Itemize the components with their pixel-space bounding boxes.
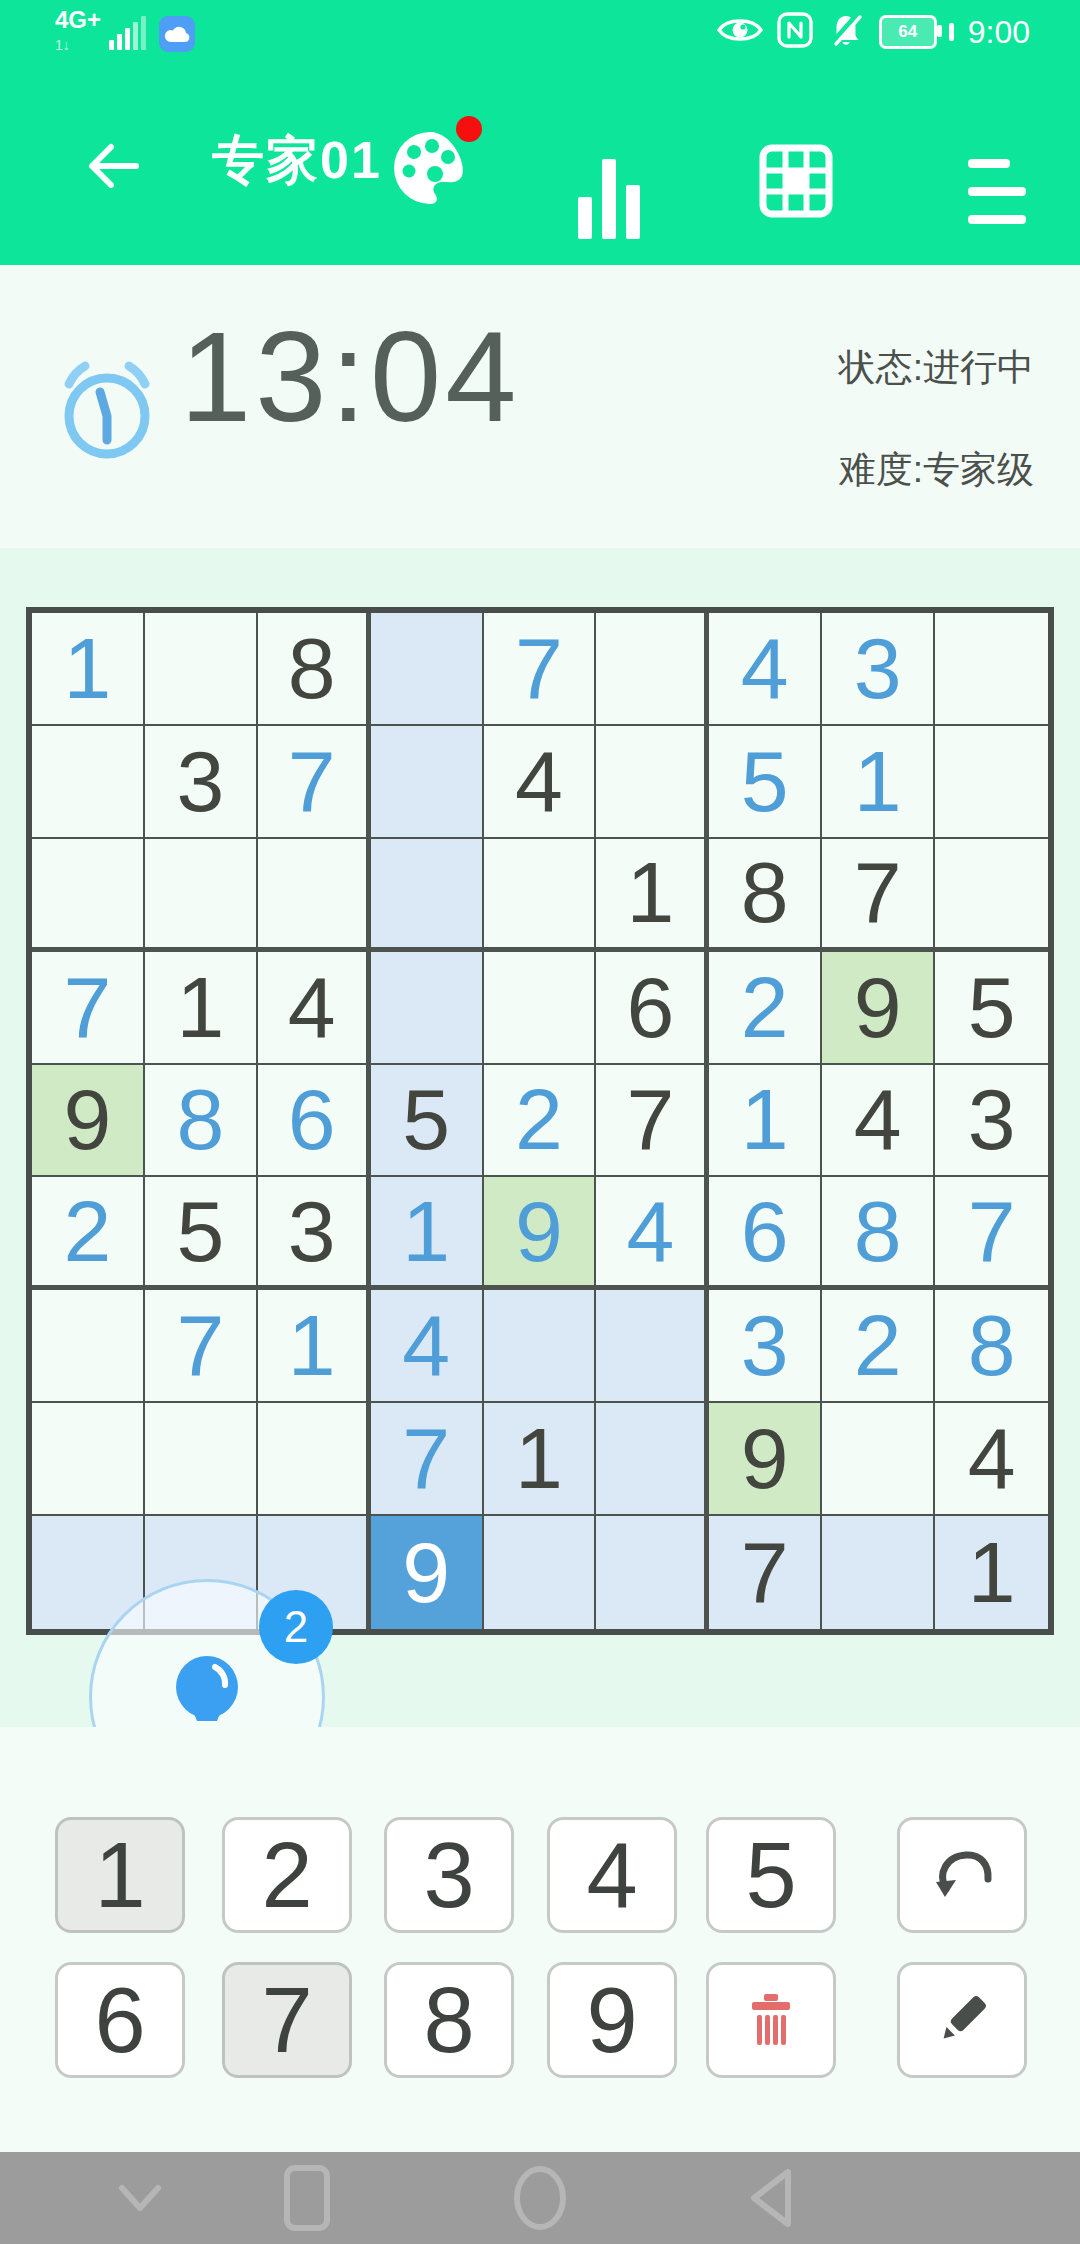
cell-r7c7[interactable]: 3: [709, 1290, 822, 1403]
cell-r7c1[interactable]: [32, 1290, 145, 1403]
numpad-key-3[interactable]: 3: [384, 1817, 514, 1933]
cell-r2c8[interactable]: 1: [822, 726, 935, 839]
cell-r1c1[interactable]: 1: [32, 613, 145, 726]
board-zone: 1874337451187714629598652714325319468771…: [0, 548, 1080, 1727]
back-nav-button[interactable]: [742, 2152, 798, 2244]
cell-r8c6[interactable]: [596, 1403, 709, 1516]
cell-r4c8[interactable]: 9: [822, 952, 935, 1065]
cell-r9c9[interactable]: 1: [935, 1516, 1048, 1629]
trash-icon: [739, 1988, 803, 2052]
pencil-icon: [930, 1988, 994, 2052]
cell-r3c9[interactable]: [935, 839, 1048, 952]
cell-r5c8[interactable]: 4: [822, 1065, 935, 1178]
cell-r8c4[interactable]: 7: [371, 1403, 484, 1516]
cell-r9c8[interactable]: [822, 1516, 935, 1629]
cell-r2c7[interactable]: 5: [709, 726, 822, 839]
cell-r4c6[interactable]: 6: [596, 952, 709, 1065]
cell-r7c3[interactable]: 1: [258, 1290, 371, 1403]
cell-r7c2[interactable]: 7: [145, 1290, 258, 1403]
cell-r4c3[interactable]: 4: [258, 952, 371, 1065]
cell-r7c4[interactable]: 4: [371, 1290, 484, 1403]
cell-r6c3[interactable]: 3: [258, 1177, 371, 1290]
stopwatch-icon: [55, 350, 159, 470]
cell-r5c5[interactable]: 2: [484, 1065, 597, 1178]
cell-r6c1[interactable]: 2: [32, 1177, 145, 1290]
network-label: 4G+: [55, 8, 101, 32]
numpad-key-2[interactable]: 2: [222, 1817, 352, 1933]
cell-r7c9[interactable]: 8: [935, 1290, 1048, 1403]
cell-r1c6[interactable]: [596, 613, 709, 726]
cell-r2c9[interactable]: [935, 726, 1048, 839]
numpad-key-8[interactable]: 8: [384, 1962, 514, 2078]
cell-r3c1[interactable]: [32, 839, 145, 952]
cell-r1c2[interactable]: [145, 613, 258, 726]
cell-r5c6[interactable]: 7: [596, 1065, 709, 1178]
network-sub-label: 1↓: [55, 38, 70, 52]
screen: 4G+ 1↓ 64 9:00 专家01: [0, 0, 1080, 2244]
cell-r9c5[interactable]: [484, 1516, 597, 1629]
android-nav-bar: [0, 2152, 1080, 2244]
game-status-label: 状态:进行中: [839, 343, 1034, 393]
back-button[interactable]: [80, 133, 146, 203]
numpad-key-7[interactable]: 7: [222, 1962, 352, 2078]
battery-icon: 64: [879, 15, 937, 49]
cell-r1c5[interactable]: 7: [484, 613, 597, 726]
cell-r5c3[interactable]: 6: [258, 1065, 371, 1178]
cell-r4c7[interactable]: 2: [709, 952, 822, 1065]
cell-r6c7[interactable]: 6: [709, 1177, 822, 1290]
cell-r5c1[interactable]: 9: [32, 1065, 145, 1178]
stats-button[interactable]: [578, 159, 648, 243]
numpad-key-6[interactable]: 6: [55, 1962, 185, 2078]
cell-r6c9[interactable]: 7: [935, 1177, 1048, 1290]
numpad-key-5[interactable]: 5: [706, 1817, 836, 1933]
numpad-key-1[interactable]: 1: [55, 1817, 185, 1933]
cell-r1c8[interactable]: 3: [822, 613, 935, 726]
cell-r6c2[interactable]: 5: [145, 1177, 258, 1290]
cell-r8c8[interactable]: [822, 1403, 935, 1516]
cell-r5c4[interactable]: 5: [371, 1065, 484, 1178]
sudoku-grid: 1874337451187714629598652714325319468771…: [26, 607, 1054, 1635]
cell-r2c2[interactable]: 3: [145, 726, 258, 839]
status-left: 4G+ 1↓: [55, 8, 195, 52]
cell-r8c2[interactable]: [145, 1403, 258, 1516]
cell-r6c8[interactable]: 8: [822, 1177, 935, 1290]
cell-r3c5[interactable]: [484, 839, 597, 952]
cell-r8c7[interactable]: 9: [709, 1403, 822, 1516]
cell-r8c5[interactable]: 1: [484, 1403, 597, 1516]
nfc-icon: [777, 12, 813, 52]
undo-button[interactable]: [897, 1817, 1027, 1933]
status-bar: 4G+ 1↓ 64 9:00: [0, 0, 1080, 64]
cell-r7c5[interactable]: [484, 1290, 597, 1403]
battery-level: 64: [898, 22, 917, 42]
cell-r2c6[interactable]: [596, 726, 709, 839]
numpad-key-4[interactable]: 4: [547, 1817, 677, 1933]
cell-r6c5[interactable]: 9: [484, 1177, 597, 1290]
erase-button[interactable]: [706, 1962, 836, 2078]
recents-button[interactable]: [283, 2152, 331, 2244]
home-button[interactable]: [512, 2152, 568, 2244]
cell-r3c8[interactable]: 7: [822, 839, 935, 952]
cell-r4c9[interactable]: 5: [935, 952, 1048, 1065]
cell-r2c3[interactable]: 7: [258, 726, 371, 839]
notification-red-dot: [456, 116, 482, 142]
cell-r9c4[interactable]: 9: [371, 1516, 484, 1629]
timer-strip: 13:04 状态:进行中 难度:专家级: [0, 265, 1080, 548]
cell-r3c6[interactable]: 1: [596, 839, 709, 952]
cell-r1c9[interactable]: [935, 613, 1048, 726]
theme-palette-button[interactable]: [388, 124, 488, 224]
cell-r5c2[interactable]: 8: [145, 1065, 258, 1178]
cell-r9c7[interactable]: 7: [709, 1516, 822, 1629]
cell-r5c7[interactable]: 1: [709, 1065, 822, 1178]
cell-r3c4[interactable]: [371, 839, 484, 952]
cell-r8c3[interactable]: [258, 1403, 371, 1516]
cell-r8c1[interactable]: [32, 1403, 145, 1516]
cell-r3c2[interactable]: [145, 839, 258, 952]
cell-r4c5[interactable]: [484, 952, 597, 1065]
cell-r6c6[interactable]: 4: [596, 1177, 709, 1290]
cell-r5c9[interactable]: 3: [935, 1065, 1048, 1178]
cell-r3c7[interactable]: 8: [709, 839, 822, 952]
numpad-key-9[interactable]: 9: [547, 1962, 677, 2078]
numpad: 1 2 3 4 5 6 7 8 9: [0, 1727, 1080, 2152]
elapsed-time: 13:04: [180, 303, 520, 450]
status-right: 64 9:00: [703, 0, 1030, 64]
cell-r2c1[interactable]: [32, 726, 145, 839]
eye-icon: [717, 15, 763, 49]
menu-button[interactable]: [968, 159, 1026, 243]
hide-navbar-chevron[interactable]: [108, 2152, 172, 2244]
board-grid-button[interactable]: [758, 143, 834, 223]
cell-r3c3[interactable]: [258, 839, 371, 952]
cloud-app-icon: [159, 16, 195, 52]
cell-r9c6[interactable]: [596, 1516, 709, 1629]
cell-r4c1[interactable]: 7: [32, 952, 145, 1065]
cell-r7c8[interactable]: 2: [822, 1290, 935, 1403]
cell-r1c7[interactable]: 4: [709, 613, 822, 726]
cell-r4c4[interactable]: [371, 952, 484, 1065]
bell-muted-icon: [827, 11, 865, 53]
clock-time: 9:00: [968, 14, 1030, 51]
status-divider-bar: [949, 23, 954, 41]
cell-r1c3[interactable]: 8: [258, 613, 371, 726]
hint-count: 2: [284, 1602, 308, 1652]
pencil-mode-button[interactable]: [897, 1962, 1027, 2078]
hint-count-badge: 2: [259, 1590, 333, 1664]
cell-r8c9[interactable]: 4: [935, 1403, 1048, 1516]
cell-r4c2[interactable]: 1: [145, 952, 258, 1065]
app-header: 专家01: [0, 64, 1080, 265]
cell-r2c4[interactable]: [371, 726, 484, 839]
page-title: 专家01: [212, 128, 382, 192]
cell-r7c6[interactable]: [596, 1290, 709, 1403]
difficulty-label: 难度:专家级: [839, 445, 1034, 495]
cell-r2c5[interactable]: 4: [484, 726, 597, 839]
cell-r1c4[interactable]: [371, 613, 484, 726]
undo-icon: [928, 1841, 996, 1909]
signal-bars-icon: [109, 16, 149, 50]
cell-r6c4[interactable]: 1: [371, 1177, 484, 1290]
